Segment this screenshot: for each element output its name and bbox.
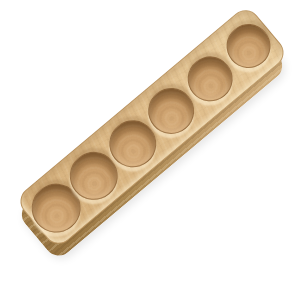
photo-background bbox=[0, 0, 292, 292]
tray-top-face bbox=[14, 4, 289, 250]
pit-row bbox=[16, 5, 288, 248]
